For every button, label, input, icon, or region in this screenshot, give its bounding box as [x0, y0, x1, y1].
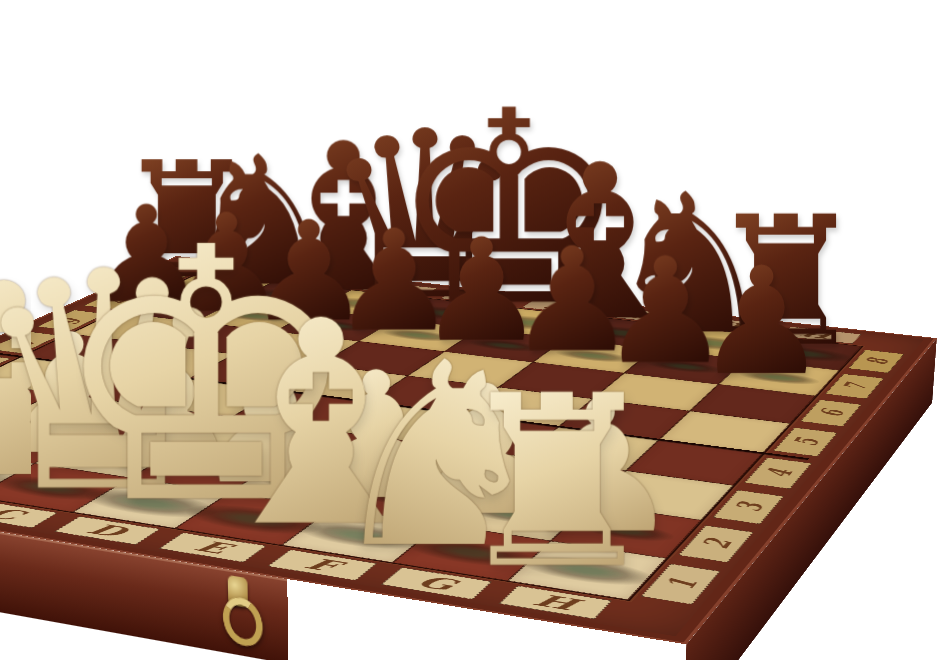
coordinate-label: 2 — [678, 525, 753, 562]
piece-dark-pawn[interactable]: ♟ — [695, 247, 828, 396]
coordinate-text: 7 — [835, 381, 874, 390]
brass-clasp-icon — [217, 571, 258, 648]
coordinate-text: 1 — [656, 576, 706, 591]
coordinate-label: 5 — [773, 427, 837, 456]
square-h1[interactable]: ♜ — [508, 541, 666, 600]
perspective-wrapper: ABCDEFGH 87654321 87654321 ABCDEFGH ♜♞♝♛… — [0, 0, 943, 660]
piece-light-rook[interactable]: ♜ — [450, 365, 662, 602]
coordinate-label: 3 — [713, 490, 784, 524]
coordinate-label: 4 — [744, 457, 811, 488]
coordinate-text: 3 — [726, 500, 771, 513]
clasp-ring — [217, 596, 267, 648]
coordinate-text: 2 — [693, 537, 740, 551]
coordinate-label: 6 — [800, 400, 861, 427]
coordinate-text: 5 — [785, 436, 827, 447]
square-h7[interactable]: ♟ — [718, 360, 839, 396]
board: ABCDEFGH 87654321 87654321 ABCDEFGH ♜♞♝♛… — [0, 256, 937, 644]
coordinate-text: 4 — [757, 467, 801, 479]
coordinate-text: 6 — [811, 408, 851, 418]
coordinate-label: 7 — [825, 374, 884, 399]
photo-scene: ABCDEFGH 87654321 87654321 ABCDEFGH ♜♞♝♛… — [0, 0, 943, 660]
